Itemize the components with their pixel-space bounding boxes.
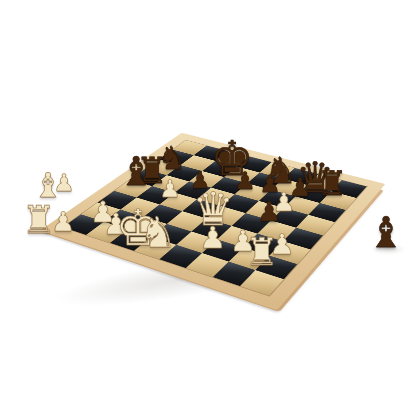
- white-pawn-captured: ♟: [53, 171, 75, 195]
- photo-scene: ♝♟♜♟♟♟♚♞♟♛♟♟♜♟♟♝♜♞♟♚♟♟♞♟♟♛♜♝: [0, 0, 416, 416]
- white-bishop-captured: ♝: [33, 168, 63, 202]
- chessboard: [95, 80, 347, 332]
- board-squares: [63, 140, 367, 295]
- captured-piece-shadow: [370, 243, 406, 255]
